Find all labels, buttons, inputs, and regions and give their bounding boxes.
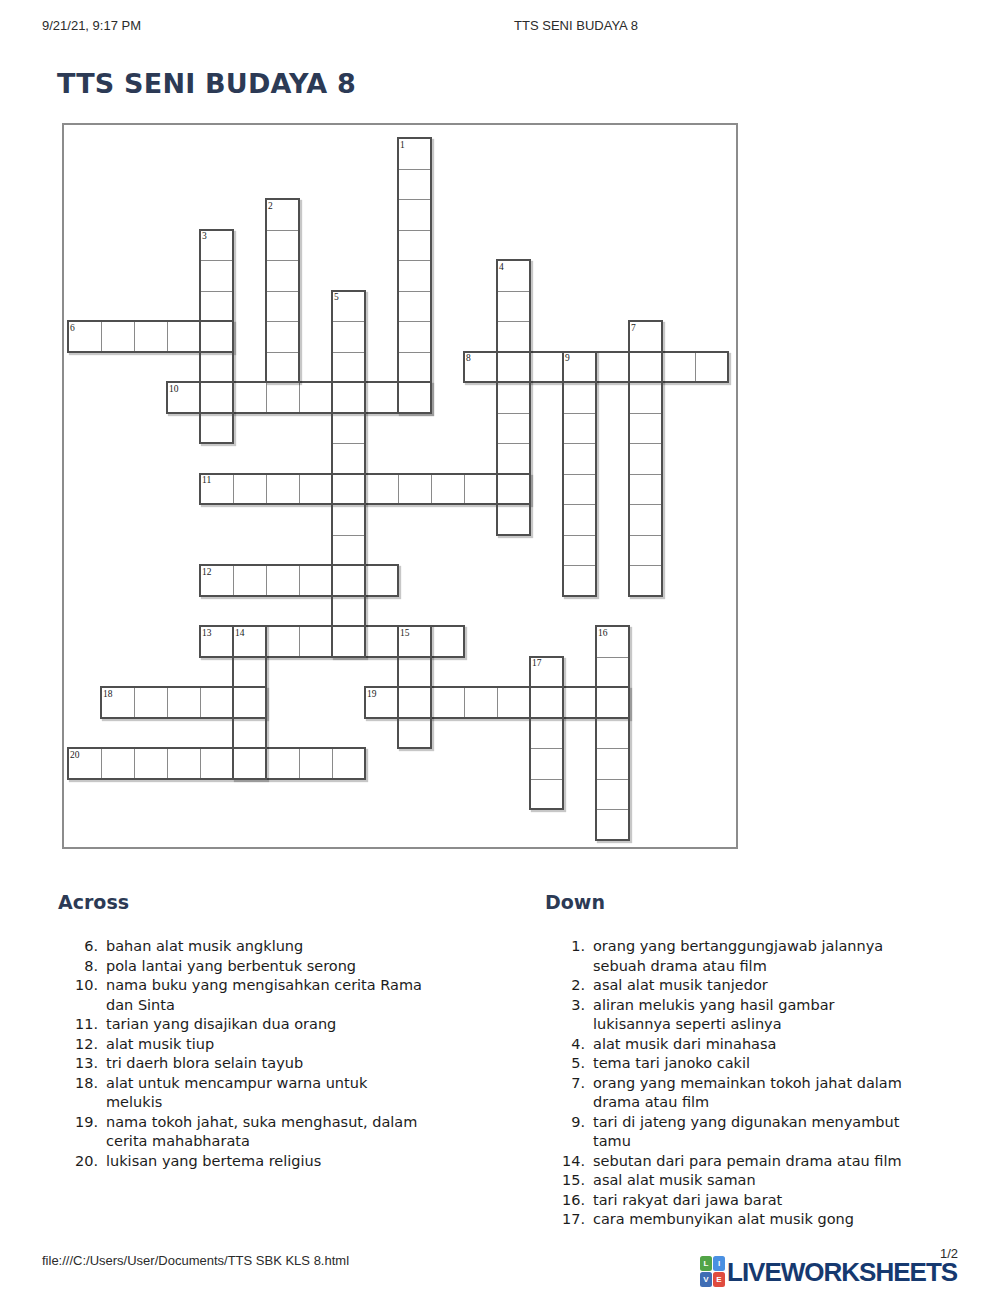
cell-r16c8[interactable] — [332, 626, 365, 657]
cell-r2c10[interactable] — [398, 199, 431, 230]
cell-number-13: 13 — [202, 628, 212, 638]
clue-number: 10. — [58, 976, 98, 1015]
clue-text: orang yang bertanggungjawab jalannya seb… — [593, 937, 883, 976]
cell-r18c16[interactable] — [596, 687, 629, 718]
cell-r20c7[interactable] — [299, 748, 332, 779]
clue-down-3: 3.aliran melukis yang hasil gambar lukis… — [545, 996, 965, 1035]
cell-r16c6[interactable] — [266, 626, 299, 657]
cell-r7c13[interactable] — [497, 352, 530, 383]
clue-across-10: 10.nama buku yang mengisahkan cerita Ram… — [58, 976, 510, 1015]
cell-number-15: 15 — [400, 628, 410, 638]
clue-across-6: 6.bahan alat musik angklung — [58, 937, 510, 957]
cell-r21c16[interactable] — [596, 779, 629, 810]
cell-r11c11[interactable] — [431, 474, 464, 505]
clue-text: lukisan yang bertema religius — [106, 1152, 321, 1172]
clue-across-18: 18.alat untuk mencampur warna untuk melu… — [58, 1074, 510, 1113]
cell-r19c5[interactable] — [233, 718, 266, 749]
cell-r11c17[interactable] — [629, 474, 662, 505]
cell-r18c2[interactable] — [134, 687, 167, 718]
cell-r20c4[interactable] — [200, 748, 233, 779]
cell-r16c7[interactable] — [299, 626, 332, 657]
cell-r7c17[interactable] — [629, 352, 662, 383]
cell-r18c4[interactable] — [200, 687, 233, 718]
clue-down-2: 2.asal alat musik tanjedor — [545, 976, 965, 996]
cell-number-17: 17 — [532, 658, 542, 668]
clue-text: asal alat musik saman — [593, 1171, 756, 1191]
cell-r11c15[interactable] — [563, 474, 596, 505]
cell-r15c8[interactable] — [332, 596, 365, 627]
cell-r6c13[interactable] — [497, 321, 530, 352]
cell-number-8: 8 — [466, 353, 471, 363]
clue-text: alat musik dari minahasa — [593, 1035, 776, 1055]
cell-r12c17[interactable] — [629, 504, 662, 535]
cell-r8c13[interactable] — [497, 382, 530, 413]
cell-r19c10[interactable] — [398, 718, 431, 749]
cell-r8c8[interactable] — [332, 382, 365, 413]
cell-r11c12[interactable] — [464, 474, 497, 505]
across-heading: Across — [58, 891, 510, 913]
cell-r8c17[interactable] — [629, 382, 662, 413]
cell-r7c10[interactable] — [398, 352, 431, 383]
cell-r6c10[interactable] — [398, 321, 431, 352]
cell-number-1: 1 — [400, 140, 405, 150]
cell-r6c1[interactable] — [101, 321, 134, 352]
cell-r9c17[interactable] — [629, 413, 662, 444]
clue-down-16: 16.tari rakyat dari jawa barat — [545, 1191, 965, 1211]
crossword-board-frame: 6810111213181920123457914151617 — [62, 123, 738, 849]
clue-text: tema tari janoko cakil — [593, 1054, 750, 1074]
cell-r8c7[interactable] — [299, 382, 332, 413]
cell-r11c5[interactable] — [233, 474, 266, 505]
cell-r21c14[interactable] — [530, 779, 563, 810]
page-title: TTS SENI BUDAYA 8 — [57, 68, 356, 99]
cell-r20c1[interactable] — [101, 748, 134, 779]
print-footer-file-path: file:///C:/Users/User/Documents/TTS SBK … — [42, 1253, 349, 1268]
clue-text: asal alat musik tanjedor — [593, 976, 768, 996]
clue-across-19: 19.nama tokoh jahat, suka menghasut, dal… — [58, 1113, 510, 1152]
cell-r12c15[interactable] — [563, 504, 596, 535]
cell-r8c5[interactable] — [233, 382, 266, 413]
cell-r8c10[interactable] — [398, 382, 431, 413]
print-header-datetime: 9/21/21, 9:17 PM — [42, 18, 141, 33]
down-clue-list: 1.orang yang bertanggungjawab jalannya s… — [545, 937, 965, 1230]
clue-number: 1. — [545, 937, 585, 976]
clue-text: tari di jateng yang digunakan menyambut … — [593, 1113, 899, 1152]
across-clues-section: Across 6.bahan alat musik angklung8.pola… — [58, 891, 510, 1171]
cell-number-14: 14 — [235, 628, 245, 638]
cell-r16c11[interactable] — [431, 626, 464, 657]
cell-r6c4[interactable] — [200, 321, 233, 352]
cell-number-10: 10 — [169, 384, 179, 394]
cell-r20c8[interactable] — [332, 748, 365, 779]
cell-r11c8[interactable] — [332, 474, 365, 505]
cell-r20c6[interactable] — [266, 748, 299, 779]
cell-r4c4[interactable] — [200, 260, 233, 291]
cell-r6c8[interactable] — [332, 321, 365, 352]
clue-number: 5. — [545, 1054, 585, 1074]
clue-text: aliran melukis yang hasil gambar lukisan… — [593, 996, 834, 1035]
cell-r14c7[interactable] — [299, 565, 332, 596]
cell-r4c6[interactable] — [266, 260, 299, 291]
cell-r17c5[interactable] — [233, 657, 266, 688]
clue-number: 7. — [545, 1074, 585, 1113]
cell-number-19: 19 — [367, 689, 377, 699]
cell-r3c10[interactable] — [398, 230, 431, 261]
cell-r7c16[interactable] — [596, 352, 629, 383]
cell-number-4: 4 — [499, 262, 504, 272]
cell-r11c6[interactable] — [266, 474, 299, 505]
clue-number: 16. — [545, 1191, 585, 1211]
clue-number: 6. — [58, 937, 98, 957]
cell-number-2: 2 — [268, 201, 273, 211]
clue-text: alat musik tiup — [106, 1035, 214, 1055]
clue-across-11: 11.tarian yang disajikan dua orang — [58, 1015, 510, 1035]
cell-r6c2[interactable] — [134, 321, 167, 352]
clue-across-12: 12.alat musik tiup — [58, 1035, 510, 1055]
cell-r7c4[interactable] — [200, 352, 233, 383]
clue-down-4: 4.alat musik dari minahasa — [545, 1035, 965, 1055]
clue-number: 13. — [58, 1054, 98, 1074]
clue-text: sebutan dari para pemain drama atau film — [593, 1152, 902, 1172]
cell-r12c8[interactable] — [332, 504, 365, 535]
cell-r19c16[interactable] — [596, 718, 629, 749]
cell-r14c9[interactable] — [365, 565, 398, 596]
cell-number-11: 11 — [202, 475, 211, 485]
clue-number: 15. — [545, 1171, 585, 1191]
cell-r13c17[interactable] — [629, 535, 662, 566]
crossword-grid: 6810111213181920123457914151617 — [68, 138, 728, 840]
clue-text: alat untuk mencampur warna untuk melukis — [106, 1074, 367, 1113]
cell-r22c16[interactable] — [596, 809, 629, 840]
cell-r20c5[interactable] — [233, 748, 266, 779]
clue-down-17: 17.cara membunyikan alat musik gong — [545, 1210, 965, 1230]
cell-r11c9[interactable] — [365, 474, 398, 505]
cell-r8c15[interactable] — [563, 382, 596, 413]
cell-r18c13[interactable] — [497, 687, 530, 718]
cell-r9c15[interactable] — [563, 413, 596, 444]
clue-text: bahan alat musik angklung — [106, 937, 303, 957]
cell-r11c7[interactable] — [299, 474, 332, 505]
clue-number: 9. — [545, 1113, 585, 1152]
clue-number: 3. — [545, 996, 585, 1035]
clue-down-7: 7.orang yang memainkan tokoh jahat dalam… — [545, 1074, 965, 1113]
clue-across-13: 13.tri daerh blora selain tayub — [58, 1054, 510, 1074]
cell-r8c6[interactable] — [266, 382, 299, 413]
cell-number-7: 7 — [631, 323, 636, 333]
cell-r8c9[interactable] — [365, 382, 398, 413]
cell-r20c2[interactable] — [134, 748, 167, 779]
clue-number: 14. — [545, 1152, 585, 1172]
cell-r11c10[interactable] — [398, 474, 431, 505]
clue-number: 11. — [58, 1015, 98, 1035]
clue-across-20: 20.lukisan yang bertema religius — [58, 1152, 510, 1172]
cell-r7c6[interactable] — [266, 352, 299, 383]
clue-text: pola lantai yang berbentuk serong — [106, 957, 356, 977]
clue-number: 20. — [58, 1152, 98, 1172]
cell-r18c5[interactable] — [233, 687, 266, 718]
logo-tile-i: I — [713, 1256, 725, 1271]
cell-r18c15[interactable] — [563, 687, 596, 718]
cell-r20c14[interactable] — [530, 748, 563, 779]
cell-r18c12[interactable] — [464, 687, 497, 718]
logo-tile-l: L — [700, 1256, 712, 1271]
cell-number-9: 9 — [565, 353, 570, 363]
cell-r5c13[interactable] — [497, 291, 530, 322]
cell-r7c14[interactable] — [530, 352, 563, 383]
cell-r18c3[interactable] — [167, 687, 200, 718]
cell-number-12: 12 — [202, 567, 212, 577]
down-heading: Down — [545, 891, 965, 913]
cell-r18c14[interactable] — [530, 687, 563, 718]
cell-r11c13[interactable] — [497, 474, 530, 505]
cell-r7c18[interactable] — [662, 352, 695, 383]
cell-r13c8[interactable] — [332, 535, 365, 566]
clue-text: nama buku yang mengisahkan cerita Rama d… — [106, 976, 422, 1015]
cell-r7c19[interactable] — [695, 352, 728, 383]
clue-text: nama tokoh jahat, suka menghasut, dalam … — [106, 1113, 417, 1152]
cell-r20c16[interactable] — [596, 748, 629, 779]
cell-r6c6[interactable] — [266, 321, 299, 352]
cell-r18c11[interactable] — [431, 687, 464, 718]
cell-r10c13[interactable] — [497, 443, 530, 474]
clue-across-8: 8.pola lantai yang berbentuk serong — [58, 957, 510, 977]
cell-r14c8[interactable] — [332, 565, 365, 596]
cell-r7c8[interactable] — [332, 352, 365, 383]
cell-r9c13[interactable] — [497, 413, 530, 444]
cell-r1c10[interactable] — [398, 169, 431, 200]
down-clues-section: Down 1.orang yang bertanggungjawab jalan… — [545, 891, 965, 1230]
cell-r13c15[interactable] — [563, 535, 596, 566]
clue-number: 8. — [58, 957, 98, 977]
cell-number-3: 3 — [202, 231, 207, 241]
print-header-doc-title: TTS SENI BUDAYA 8 — [514, 18, 638, 33]
cell-number-5: 5 — [334, 292, 339, 302]
cell-r17c16[interactable] — [596, 657, 629, 688]
clue-number: 18. — [58, 1074, 98, 1113]
clue-number: 4. — [545, 1035, 585, 1055]
cell-r10c8[interactable] — [332, 443, 365, 474]
cell-r10c15[interactable] — [563, 443, 596, 474]
cell-r14c15[interactable] — [563, 565, 596, 596]
clue-text: cara membunyikan alat musik gong — [593, 1210, 854, 1230]
cell-r5c10[interactable] — [398, 291, 431, 322]
logo-tile-e: E — [713, 1272, 725, 1287]
clue-number: 12. — [58, 1035, 98, 1055]
clue-down-9: 9.tari di jateng yang digunakan menyambu… — [545, 1113, 965, 1152]
cell-number-18: 18 — [103, 689, 113, 699]
cell-r16c9[interactable] — [365, 626, 398, 657]
cell-r14c17[interactable] — [629, 565, 662, 596]
cell-r5c6[interactable] — [266, 291, 299, 322]
liveworksheets-logo-icon: LIVE — [700, 1256, 725, 1287]
cell-r4c10[interactable] — [398, 260, 431, 291]
cell-r18c10[interactable] — [398, 687, 431, 718]
cell-r9c8[interactable] — [332, 413, 365, 444]
clue-text: tari rakyat dari jawa barat — [593, 1191, 782, 1211]
cell-number-20: 20 — [70, 750, 80, 760]
cell-number-16: 16 — [598, 628, 608, 638]
cell-r14c5[interactable] — [233, 565, 266, 596]
clue-number: 19. — [58, 1113, 98, 1152]
cell-r6c3[interactable] — [167, 321, 200, 352]
cell-r8c4[interactable] — [200, 382, 233, 413]
cell-r9c4[interactable] — [200, 413, 233, 444]
clue-text: orang yang memainkan tokoh jahat dalam d… — [593, 1074, 902, 1113]
clue-number: 17. — [545, 1210, 585, 1230]
across-clue-list: 6.bahan alat musik angklung8.pola lantai… — [58, 937, 510, 1171]
clue-down-1: 1.orang yang bertanggungjawab jalannya s… — [545, 937, 965, 976]
cell-number-6: 6 — [70, 323, 75, 333]
cell-r3c6[interactable] — [266, 230, 299, 261]
clue-down-15: 15.asal alat musik saman — [545, 1171, 965, 1191]
cell-r20c3[interactable] — [167, 748, 200, 779]
clue-number: 2. — [545, 976, 585, 996]
cell-r17c10[interactable] — [398, 657, 431, 688]
logo-tile-v: V — [700, 1272, 712, 1287]
cell-r10c17[interactable] — [629, 443, 662, 474]
clue-down-14: 14.sebutan dari para pemain drama atau f… — [545, 1152, 965, 1172]
clue-text: tri daerh blora selain tayub — [106, 1054, 303, 1074]
clue-down-5: 5.tema tari janoko cakil — [545, 1054, 965, 1074]
cell-r14c6[interactable] — [266, 565, 299, 596]
cell-r12c13[interactable] — [497, 504, 530, 535]
liveworksheets-logo-text: LIVEWORKSHEETS — [727, 1257, 957, 1287]
cell-r19c14[interactable] — [530, 718, 563, 749]
cell-r5c4[interactable] — [200, 291, 233, 322]
clue-text: tarian yang disajikan dua orang — [106, 1015, 336, 1035]
